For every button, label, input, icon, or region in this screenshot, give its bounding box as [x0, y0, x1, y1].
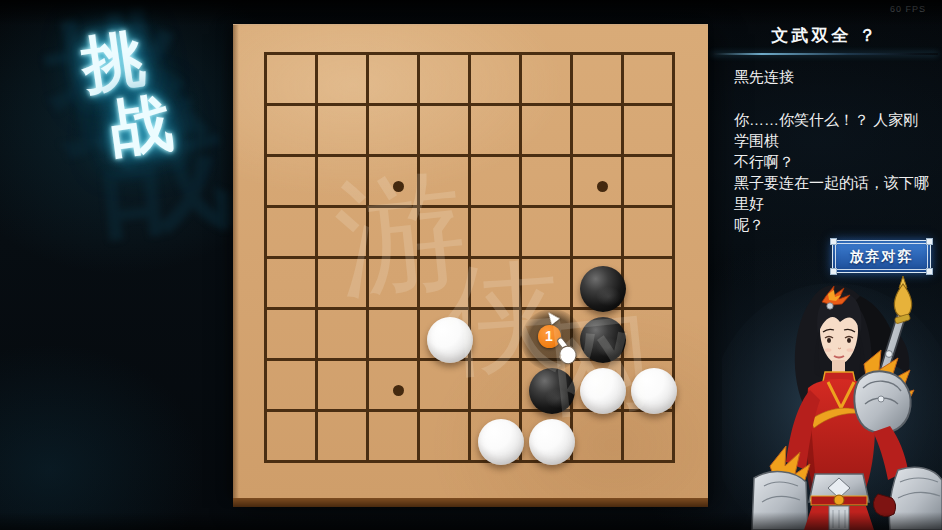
grid-layer[interactable]: [264, 52, 675, 463]
dialogue-line: 你……你笑什么！？ 人家刚学围棋: [734, 109, 930, 151]
go-board: 1: [233, 24, 708, 498]
frame-corner: [926, 238, 933, 245]
dialogue-line: 不行啊？: [734, 151, 930, 172]
star-point: [597, 385, 608, 396]
puzzle-panel: 文武双全 ？ 黑先连接 你……你笑什么！？ 人家刚学围棋 不行啊？ 黑子要连在一…: [712, 24, 938, 235]
game-screen: 挑 战 挑 战 1 游 侠 网 文武双全: [0, 0, 942, 530]
puzzle-objective: 黑先连接: [734, 68, 938, 87]
dialogue-line: 呢？: [734, 214, 930, 235]
star-point: [597, 181, 608, 192]
frame-corner: [830, 238, 837, 245]
dialogue-line: 黑子要连在一起的话，该下哪里好: [734, 172, 930, 214]
challenge-char-2: 战: [104, 80, 177, 172]
fps-counter: 60 FPS: [890, 4, 926, 14]
challenge-banner: 挑 战 挑 战: [30, 0, 230, 240]
female-warrior-portrait: [722, 268, 942, 530]
title-divider: [712, 53, 938, 55]
dialogue-text: 你……你笑什么！？ 人家刚学围棋 不行啊？ 黑子要连在一起的话，该下哪里好 呢？: [734, 109, 930, 235]
give-up-button-label: 放弃对弈: [850, 248, 914, 266]
star-point: [393, 181, 404, 192]
star-point: [393, 385, 404, 396]
puzzle-title: 文武双全 ？: [712, 24, 938, 47]
